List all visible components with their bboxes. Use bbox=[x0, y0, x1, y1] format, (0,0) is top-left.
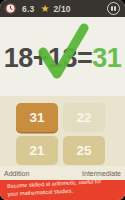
promo-banner-text: Become skilled at arithmetic, useful for… bbox=[7, 180, 112, 199]
choice-tile-22[interactable]: 22 bbox=[63, 103, 105, 132]
choice-tile-21[interactable]: 21 bbox=[16, 136, 58, 165]
difficulty-label: Intermediate bbox=[82, 170, 121, 177]
answer-choice-area: 31 22 21 25 bbox=[0, 96, 125, 166]
choice-grid: 31 22 21 25 bbox=[16, 103, 125, 165]
pause-button[interactable] bbox=[107, 2, 120, 15]
score-counter: 2/10 bbox=[53, 4, 70, 14]
round-info-bar: Addition Intermediate bbox=[0, 166, 125, 180]
category-label: Addition bbox=[4, 170, 29, 177]
choice-tile-31[interactable]: 31 bbox=[16, 103, 58, 132]
status-bar: 6.3 ★ 2/10 bbox=[0, 0, 125, 17]
star-icon: ★ bbox=[40, 4, 49, 14]
choice-tile-25[interactable]: 25 bbox=[63, 136, 105, 165]
pause-icon bbox=[111, 6, 113, 11]
promo-banner: Become skilled at arithmetic, useful for… bbox=[0, 180, 125, 200]
math-game-screen: 6.3 ★ 2/10 18+13=31 31 22 21 25 Addition… bbox=[0, 0, 125, 200]
equation-area: 18+13=31 bbox=[0, 17, 125, 96]
clock-icon bbox=[5, 3, 16, 14]
equation-answer: 31 bbox=[92, 43, 121, 73]
equation-text: 18+13=31 bbox=[0, 45, 125, 72]
timer-value: 6.3 bbox=[22, 4, 34, 14]
equation-expression: 18+13= bbox=[4, 43, 93, 73]
